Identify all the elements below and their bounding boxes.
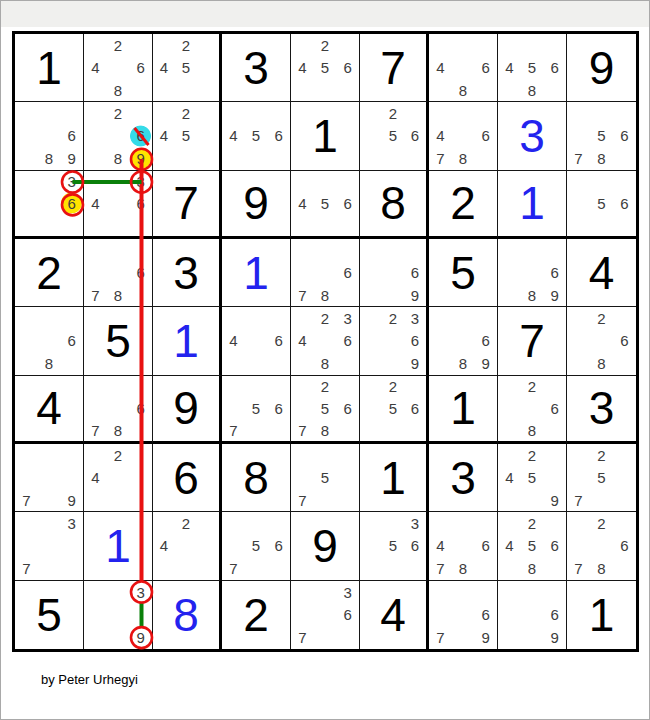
candidate-digit: 6 [336,330,359,352]
candidate-digit: 5 [314,56,337,78]
candidate-digit: 6 [613,330,636,352]
candidate-digit: 8 [314,352,337,374]
cell-r9c4[interactable]: 2 [222,581,291,649]
cell-r2c1[interactable]: 689 [15,102,84,170]
candidate-grid: 56 [567,171,636,236]
candidate-digit: 6 [267,535,290,557]
given-digit: 5 [429,239,497,306]
candidate-grid: 2456 [291,34,359,101]
candidate-digit: 6 [60,125,83,147]
candidate-digit: 8 [107,419,130,441]
candidate-digit: 2 [314,376,337,398]
candidate-grid: 5678 [567,102,636,169]
candidate-digit: 7 [567,489,590,511]
candidate-digit: 7 [222,419,245,441]
cell-r2c2[interactable]: 2689 [84,102,153,170]
candidate-digit: 6 [336,56,359,78]
cell-r5c7[interactable]: 689 [429,307,498,375]
cell-r8c7[interactable]: 4678 [429,512,498,580]
credit-text: by Peter Urhegyi [41,672,138,687]
candidate-digit: 7 [84,284,107,306]
cell-r7c6[interactable]: 1 [360,444,429,512]
candidate-digit: 5 [590,125,613,147]
candidate-grid: 69 [498,581,566,649]
candidate-digit: 7 [567,557,590,579]
cell-r1c3[interactable]: 245 [153,34,222,102]
given-digit: 9 [567,34,636,101]
candidate-grid: 46 [222,307,290,374]
cell-r9c9[interactable]: 1 [567,581,636,649]
candidate-digit: 3 [336,581,359,604]
cell-r1c8[interactable]: 4568 [498,34,567,102]
candidate-digit: 8 [107,79,130,101]
cell-r2c5[interactable]: 1 [291,102,360,170]
candidate-digit: 5 [521,56,544,78]
candidate-digit: 4 [291,192,314,214]
cell-r3c1[interactable]: 36 [15,171,84,239]
cell-r5c6[interactable]: 2369 [360,307,429,375]
cell-r6c6[interactable]: 256 [360,376,429,444]
given-digit: 1 [429,376,497,441]
cell-r1c9[interactable]: 9 [567,34,636,102]
candidate-digit: 7 [291,626,314,649]
cell-r7c9[interactable]: 257 [567,444,636,512]
cell-r5c3[interactable]: 1 [153,307,222,375]
candidate-digit: 7 [15,489,38,511]
candidate-digit: 3 [60,512,83,534]
cell-r4c2[interactable]: 678 [84,239,153,307]
given-digit: 4 [15,376,83,441]
cell-r8c5[interactable]: 9 [291,512,360,580]
cell-r8c3[interactable]: 24 [153,512,222,580]
cell-r6c4[interactable]: 567 [222,376,291,444]
cell-r2c9[interactable]: 5678 [567,102,636,170]
candidate-grid: 2468 [84,34,152,101]
given-digit: 1 [567,581,636,649]
cell-r6c3[interactable]: 9 [153,376,222,444]
candidate-digit: 6 [613,125,636,147]
given-digit: 8 [222,444,290,511]
candidate-grid: 57 [291,444,359,511]
candidate-digit: 2 [314,307,337,329]
given-digit: 2 [15,239,83,306]
candidate-digit: 9 [543,284,566,306]
candidate-grid: 68 [15,307,83,374]
candidate-digit: 7 [291,284,314,306]
candidate-digit: 4 [153,56,175,78]
candidate-digit: 2 [590,307,613,329]
window: 1246824532456746845689689268924545612564… [0,0,650,720]
candidate-grid: 24568 [498,512,566,579]
given-digit: 8 [360,171,426,236]
candidate-digit: 6 [404,261,426,283]
candidate-digit: 5 [245,125,268,147]
candidate-digit: 8 [521,79,544,101]
cell-r4c3[interactable]: 3 [153,239,222,307]
candidate-digit: 6 [336,603,359,626]
candidate-digit: 8 [38,147,61,169]
candidate-grid: 256 [360,376,426,441]
candidate-digit: 4 [84,56,107,78]
cell-r8c8[interactable]: 24568 [498,512,567,580]
candidate-digit: 4 [291,330,314,352]
candidate-digit: 6 [267,125,290,147]
candidate-digit: 6 [543,261,566,283]
candidate-grid: 567 [222,376,290,441]
candidate-grid: 2459 [498,444,566,511]
cell-r1c2[interactable]: 2468 [84,34,153,102]
candidate-grid: 678 [84,376,152,441]
candidate-digit: 8 [452,557,475,579]
header-band [1,1,649,27]
candidate-digit: 8 [314,419,337,441]
cell-r7c4[interactable]: 8 [222,444,291,512]
cell-r3c8[interactable]: 1 [498,171,567,239]
cell-r3c3[interactable]: 7 [153,171,222,239]
given-digit: 1 [360,444,426,511]
cell-r5c8[interactable]: 7 [498,307,567,375]
candidate-grid: 2369 [360,307,426,374]
cell-r2c4[interactable]: 456 [222,102,291,170]
cell-r4c9[interactable]: 4 [567,239,636,307]
candidate-digit: 5 [245,397,268,419]
candidate-digit: 6 [474,603,497,626]
cell-r5c1[interactable]: 68 [15,307,84,375]
candidate-grid: 23468 [291,307,359,374]
candidate-digit: 6 [60,330,83,352]
cell-r7c2[interactable]: 24 [84,444,153,512]
candidate-digit: 4 [429,56,452,78]
cell-r4c1[interactable]: 2 [15,239,84,307]
cell-r4c4[interactable]: 1 [222,239,291,307]
given-digit: 4 [567,239,636,306]
given-digit: 3 [567,376,636,441]
candidate-grid: 4568 [498,34,566,101]
candidate-grid: 2678 [567,512,636,579]
cell-r3c2[interactable]: 346 [84,171,153,239]
given-digit: 7 [153,171,219,236]
candidate-digit: 6 [543,397,566,419]
candidate-grid: 2689 [84,102,152,169]
candidate-digit: 9 [474,352,497,374]
candidate-digit: 7 [567,147,590,169]
candidate-digit: 2 [107,34,130,56]
candidate-grid: 256 [360,102,426,169]
candidate-digit: 4 [153,535,175,557]
candidate-digit: 3 [404,512,426,534]
cell-r7c8[interactable]: 2459 [498,444,567,512]
candidate-grid: 367 [291,581,359,649]
candidate-digit: 2 [521,376,544,398]
cell-r5c2[interactable]: 5 [84,307,153,375]
cell-r2c8[interactable]: 3 [498,102,567,170]
candidate-digit: 3 [129,171,152,193]
candidate-digit: 6 [543,603,566,626]
given-digit: 4 [360,581,426,649]
candidate-digit: 5 [314,466,337,488]
candidate-digit: 6 [129,192,152,214]
candidate-digit: 6 [336,192,359,214]
cell-r5c9[interactable]: 268 [567,307,636,375]
candidate-digit: 5 [175,56,197,78]
candidate-grid: 567 [222,512,290,579]
given-digit: 7 [360,34,426,101]
candidate-digit: 5 [382,397,404,419]
cell-r6c2[interactable]: 678 [84,376,153,444]
candidate-digit: 6 [129,397,152,419]
candidate-grid: 689 [498,239,566,306]
candidate-digit: 4 [291,56,314,78]
candidate-digit: 5 [175,125,197,147]
candidate-digit: 9 [60,489,83,511]
candidate-grid: 36 [15,171,83,236]
cell-r6c5[interactable]: 25678 [291,376,360,444]
cell-r9c8[interactable]: 69 [498,581,567,649]
candidate-digit: 2 [314,34,337,56]
candidate-grid: 456 [222,102,290,169]
candidate-grid: 456 [291,171,359,236]
candidate-grid: 37 [15,512,83,579]
candidate-grid: 24 [153,512,219,579]
candidate-grid: 79 [15,444,83,511]
candidate-digit: 6 [129,125,152,147]
candidate-digit: 8 [107,147,130,169]
candidate-digit: 4 [153,125,175,147]
cell-r9c5[interactable]: 367 [291,581,360,649]
given-digit: 9 [153,376,219,441]
candidate-digit: 6 [404,397,426,419]
cell-r8c4[interactable]: 567 [222,512,291,580]
cell-r1c1[interactable]: 1 [15,34,84,102]
cell-r6c1[interactable]: 4 [15,376,84,444]
candidate-digit: 5 [382,125,404,147]
cell-r9c7[interactable]: 679 [429,581,498,649]
candidate-digit: 2 [175,512,197,534]
candidate-digit: 7 [429,626,452,649]
candidate-digit: 6 [267,330,290,352]
candidate-digit: 8 [590,352,613,374]
candidate-digit: 9 [129,147,152,169]
cell-r7c1[interactable]: 79 [15,444,84,512]
cell-r6c9[interactable]: 3 [567,376,636,444]
candidate-digit: 9 [543,489,566,511]
solved-digit: 1 [498,171,566,236]
candidate-digit: 5 [314,397,337,419]
candidate-digit: 6 [613,192,636,214]
candidate-digit: 7 [429,147,452,169]
candidate-digit: 5 [590,466,613,488]
candidate-grid: 468 [429,34,497,101]
candidate-digit: 6 [474,125,497,147]
candidate-digit: 8 [314,284,337,306]
given-digit: 5 [84,307,152,374]
cell-r5c4[interactable]: 46 [222,307,291,375]
solved-digit: 1 [153,307,219,374]
candidate-grid: 678 [291,239,359,306]
candidate-digit: 9 [474,626,497,649]
sudoku-board: 1246824532456746845689689268924545612564… [12,31,639,652]
candidate-digit: 5 [245,535,268,557]
cell-r5c5[interactable]: 23468 [291,307,360,375]
candidate-digit: 5 [314,192,337,214]
candidate-digit: 6 [613,535,636,557]
cell-r9c1[interactable]: 5 [15,581,84,649]
candidate-digit: 8 [452,352,475,374]
candidate-digit: 7 [84,419,107,441]
cell-r4c6[interactable]: 69 [360,239,429,307]
solved-digit: 1 [84,512,152,579]
given-digit: 2 [429,171,497,236]
candidate-digit: 9 [129,626,152,649]
candidate-digit: 3 [336,307,359,329]
candidate-digit: 2 [175,102,197,124]
given-digit: 3 [153,239,219,306]
candidate-grid: 678 [84,239,152,306]
given-digit: 7 [498,307,566,374]
cell-r1c6[interactable]: 7 [360,34,429,102]
candidate-digit: 7 [291,489,314,511]
cell-r9c3[interactable]: 8 [153,581,222,649]
cell-r2c6[interactable]: 256 [360,102,429,170]
cell-r4c5[interactable]: 678 [291,239,360,307]
cell-r6c8[interactable]: 268 [498,376,567,444]
given-digit: 1 [15,34,83,101]
candidate-digit: 8 [521,419,544,441]
candidate-digit: 2 [107,444,130,466]
candidate-digit: 7 [15,557,38,579]
cell-r3c4[interactable]: 9 [222,171,291,239]
candidate-grid: 679 [429,581,497,649]
candidate-digit: 3 [404,307,426,329]
candidate-digit: 8 [590,147,613,169]
candidate-digit: 4 [84,192,107,214]
given-digit: 3 [429,444,497,511]
cell-r3c5[interactable]: 456 [291,171,360,239]
given-digit: 9 [291,512,359,579]
candidate-digit: 9 [543,626,566,649]
candidate-digit: 2 [521,512,544,534]
candidate-digit: 4 [498,535,521,557]
candidate-grid: 39 [84,581,152,649]
cell-r2c7[interactable]: 4678 [429,102,498,170]
candidate-digit: 2 [382,307,404,329]
candidate-digit: 8 [107,284,130,306]
candidate-grid: 257 [567,444,636,511]
candidate-grid: 346 [84,171,152,236]
candidate-digit: 6 [404,125,426,147]
candidate-grid: 689 [429,307,497,374]
candidate-digit: 6 [404,535,426,557]
candidate-grid: 245 [153,34,219,101]
cell-r8c1[interactable]: 37 [15,512,84,580]
given-digit: 2 [222,581,290,649]
cell-r2c3[interactable]: 245 [153,102,222,170]
solved-digit: 8 [153,581,219,649]
candidate-digit: 5 [521,466,544,488]
candidate-digit: 8 [38,352,61,374]
given-digit: 6 [153,444,219,511]
candidate-digit: 5 [382,535,404,557]
candidate-digit: 5 [590,192,613,214]
cell-r9c6[interactable]: 4 [360,581,429,649]
candidate-digit: 8 [452,147,475,169]
candidate-digit: 6 [543,56,566,78]
candidate-digit: 8 [452,79,475,101]
candidate-digit: 6 [129,56,152,78]
candidate-digit: 6 [336,261,359,283]
candidate-grid: 268 [567,307,636,374]
cell-r3c9[interactable]: 56 [567,171,636,239]
candidate-digit: 6 [404,330,426,352]
candidate-digit: 3 [60,171,83,193]
candidate-digit: 6 [474,56,497,78]
candidate-digit: 7 [291,419,314,441]
candidate-digit: 4 [84,466,107,488]
cell-r7c3[interactable]: 6 [153,444,222,512]
candidate-digit: 8 [521,284,544,306]
cell-r1c7[interactable]: 468 [429,34,498,102]
cell-r4c8[interactable]: 689 [498,239,567,307]
cell-r1c4[interactable]: 3 [222,34,291,102]
given-digit: 5 [15,581,83,649]
candidate-digit: 6 [60,192,83,214]
cell-r7c7[interactable]: 3 [429,444,498,512]
given-digit: 3 [222,34,290,101]
candidate-digit: 6 [336,397,359,419]
candidate-digit: 5 [521,535,544,557]
cell-r7c5[interactable]: 57 [291,444,360,512]
cell-r4c7[interactable]: 5 [429,239,498,307]
candidate-digit: 4 [429,535,452,557]
cell-r1c5[interactable]: 2456 [291,34,360,102]
cell-r9c2[interactable]: 39 [84,581,153,649]
solved-digit: 3 [498,102,566,169]
candidate-digit: 3 [129,581,152,604]
cell-r3c6[interactable]: 8 [360,171,429,239]
candidate-digit: 4 [498,466,521,488]
cell-r3c7[interactable]: 2 [429,171,498,239]
candidate-grid: 268 [498,376,566,441]
candidate-digit: 6 [543,535,566,557]
candidate-digit: 9 [60,147,83,169]
cell-r8c2[interactable]: 1 [84,512,153,580]
candidate-grid: 356 [360,512,426,579]
candidate-digit: 8 [590,557,613,579]
candidate-digit: 2 [175,34,197,56]
candidate-digit: 2 [382,102,404,124]
candidate-grid: 25678 [291,376,359,441]
candidate-digit: 2 [521,444,544,466]
candidate-digit: 9 [404,352,426,374]
candidate-digit: 6 [267,397,290,419]
cell-r8c9[interactable]: 2678 [567,512,636,580]
candidate-digit: 4 [429,125,452,147]
candidate-digit: 7 [222,557,245,579]
given-digit: 1 [291,102,359,169]
candidate-grid: 69 [360,239,426,306]
candidate-digit: 2 [107,102,130,124]
candidate-grid: 4678 [429,102,497,169]
candidate-grid: 689 [15,102,83,169]
candidate-digit: 2 [590,444,613,466]
cell-r6c7[interactable]: 1 [429,376,498,444]
candidate-digit: 6 [474,330,497,352]
given-digit: 9 [222,171,290,236]
candidate-digit: 2 [382,376,404,398]
solved-digit: 1 [222,239,290,306]
candidate-digit: 6 [129,261,152,283]
cell-r8c6[interactable]: 356 [360,512,429,580]
